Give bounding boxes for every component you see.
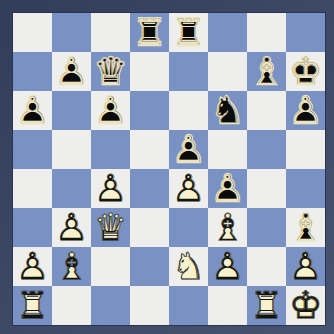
white-knight-e2: ♞♘ <box>169 247 208 286</box>
square-g4[interactable] <box>247 169 286 208</box>
square-a2[interactable]: ♟♙ <box>13 247 52 286</box>
piece-glyph-base: ♟ <box>94 91 127 130</box>
black-bishop-g7: ♝♗ <box>247 52 286 91</box>
square-b4[interactable] <box>52 169 91 208</box>
white-queen-c3: ♛♕ <box>91 208 130 247</box>
square-e2[interactable]: ♞♘ <box>169 247 208 286</box>
square-h1[interactable]: ♚♔ <box>286 286 325 325</box>
piece-glyph-detail: ♔ <box>289 286 322 325</box>
piece-glyph-base: ♜ <box>133 13 166 52</box>
piece-glyph-detail: ♘ <box>211 91 244 130</box>
piece-glyph-detail: ♖ <box>133 13 166 52</box>
piece-glyph-detail: ♗ <box>55 247 88 286</box>
square-e8[interactable]: ♜♖ <box>169 13 208 52</box>
square-a4[interactable] <box>13 169 52 208</box>
square-a1[interactable]: ♜♖ <box>13 286 52 325</box>
piece-glyph-base: ♟ <box>289 91 322 130</box>
black-pawn-b7: ♟♙ <box>52 52 91 91</box>
piece-glyph-base: ♚ <box>289 52 322 91</box>
square-a8[interactable] <box>13 13 52 52</box>
chess-board-frame: ♜♖♜♖♟♙♛♕♝♗♚♔♟♙♟♙♞♘♟♙♟♙♟♙♟♙♟♙♟♙♛♕♝♗♝♗♟♙♝♗… <box>0 0 334 334</box>
piece-glyph-base: ♟ <box>172 169 205 208</box>
piece-glyph-base: ♝ <box>55 247 88 286</box>
piece-glyph-detail: ♗ <box>211 208 244 247</box>
piece-glyph-base: ♛ <box>94 52 127 91</box>
piece-glyph-base: ♟ <box>94 169 127 208</box>
piece-glyph-detail: ♖ <box>172 13 205 52</box>
white-pawn-c4: ♟♙ <box>91 169 130 208</box>
square-d4[interactable] <box>130 169 169 208</box>
piece-glyph-detail: ♙ <box>55 52 88 91</box>
square-g6[interactable] <box>247 91 286 130</box>
piece-glyph-base: ♝ <box>211 208 244 247</box>
square-a6[interactable]: ♟♙ <box>13 91 52 130</box>
piece-glyph-detail: ♕ <box>94 208 127 247</box>
black-pawn-f4: ♟♙ <box>208 169 247 208</box>
black-knight-f6: ♞♘ <box>208 91 247 130</box>
piece-glyph-base: ♜ <box>172 13 205 52</box>
piece-glyph-detail: ♗ <box>250 52 283 91</box>
piece-glyph-base: ♜ <box>16 286 49 325</box>
square-d1[interactable] <box>130 286 169 325</box>
square-f7[interactable] <box>208 52 247 91</box>
black-king-h7: ♚♔ <box>286 52 325 91</box>
square-f4[interactable]: ♟♙ <box>208 169 247 208</box>
piece-glyph-detail: ♘ <box>172 247 205 286</box>
square-h5[interactable] <box>286 130 325 169</box>
square-b5[interactable] <box>52 130 91 169</box>
square-a7[interactable] <box>13 52 52 91</box>
piece-glyph-detail: ♙ <box>16 247 49 286</box>
square-b1[interactable] <box>52 286 91 325</box>
piece-glyph-base: ♛ <box>94 208 127 247</box>
black-pawn-e5: ♟♙ <box>169 130 208 169</box>
square-g7[interactable]: ♝♗ <box>247 52 286 91</box>
piece-glyph-detail: ♙ <box>172 169 205 208</box>
piece-glyph-base: ♟ <box>172 130 205 169</box>
square-g1[interactable]: ♜♖ <box>247 286 286 325</box>
piece-glyph-detail: ♙ <box>94 91 127 130</box>
square-c4[interactable]: ♟♙ <box>91 169 130 208</box>
square-e1[interactable] <box>169 286 208 325</box>
square-g3[interactable] <box>247 208 286 247</box>
square-h4[interactable] <box>286 169 325 208</box>
chess-board: ♜♖♜♖♟♙♛♕♝♗♚♔♟♙♟♙♞♘♟♙♟♙♟♙♟♙♟♙♟♙♛♕♝♗♝♗♟♙♝♗… <box>13 13 325 325</box>
square-f5[interactable] <box>208 130 247 169</box>
square-g5[interactable] <box>247 130 286 169</box>
square-b8[interactable] <box>52 13 91 52</box>
square-h2[interactable]: ♟♙ <box>286 247 325 286</box>
white-pawn-a2: ♟♙ <box>13 247 52 286</box>
white-pawn-e4: ♟♙ <box>169 169 208 208</box>
square-b2[interactable]: ♝♗ <box>52 247 91 286</box>
square-f2[interactable]: ♟♙ <box>208 247 247 286</box>
white-bishop-b2: ♝♗ <box>52 247 91 286</box>
square-b7[interactable]: ♟♙ <box>52 52 91 91</box>
piece-glyph-detail: ♕ <box>94 52 127 91</box>
black-rook-d8: ♜♖ <box>130 13 169 52</box>
piece-glyph-base: ♟ <box>211 169 244 208</box>
square-c8[interactable] <box>91 13 130 52</box>
square-e3[interactable] <box>169 208 208 247</box>
square-g2[interactable] <box>247 247 286 286</box>
white-bishop-f3: ♝♗ <box>208 208 247 247</box>
black-queen-c7: ♛♕ <box>91 52 130 91</box>
square-d8[interactable]: ♜♖ <box>130 13 169 52</box>
white-pawn-h2: ♟♙ <box>286 247 325 286</box>
piece-glyph-detail: ♙ <box>289 91 322 130</box>
piece-glyph-detail: ♙ <box>94 169 127 208</box>
square-h3[interactable]: ♝♗ <box>286 208 325 247</box>
square-f8[interactable] <box>208 13 247 52</box>
piece-glyph-base: ♝ <box>250 52 283 91</box>
square-c7[interactable]: ♛♕ <box>91 52 130 91</box>
piece-glyph-detail: ♙ <box>289 247 322 286</box>
piece-glyph-detail: ♗ <box>289 208 322 247</box>
piece-glyph-base: ♟ <box>211 247 244 286</box>
square-d5[interactable] <box>130 130 169 169</box>
square-f6[interactable]: ♞♘ <box>208 91 247 130</box>
square-c6[interactable]: ♟♙ <box>91 91 130 130</box>
square-e4[interactable]: ♟♙ <box>169 169 208 208</box>
square-e6[interactable] <box>169 91 208 130</box>
square-c5[interactable] <box>91 130 130 169</box>
black-pawn-c6: ♟♙ <box>91 91 130 130</box>
piece-glyph-detail: ♙ <box>211 169 244 208</box>
white-rook-a1: ♜♖ <box>13 286 52 325</box>
square-c1[interactable] <box>91 286 130 325</box>
white-pawn-b3: ♟♙ <box>52 208 91 247</box>
black-bishop-h3: ♝♗ <box>286 208 325 247</box>
piece-glyph-base: ♞ <box>172 247 205 286</box>
square-b3[interactable]: ♟♙ <box>52 208 91 247</box>
piece-glyph-detail: ♖ <box>16 286 49 325</box>
square-h6[interactable]: ♟♙ <box>286 91 325 130</box>
square-e7[interactable] <box>169 52 208 91</box>
piece-glyph-base: ♝ <box>289 208 322 247</box>
square-f3[interactable]: ♝♗ <box>208 208 247 247</box>
piece-glyph-detail: ♙ <box>55 208 88 247</box>
piece-glyph-base: ♟ <box>16 247 49 286</box>
piece-glyph-detail: ♙ <box>16 91 49 130</box>
piece-glyph-base: ♟ <box>55 208 88 247</box>
black-pawn-a6: ♟♙ <box>13 91 52 130</box>
piece-glyph-base: ♟ <box>16 91 49 130</box>
piece-glyph-detail: ♖ <box>250 286 283 325</box>
square-c3[interactable]: ♛♕ <box>91 208 130 247</box>
white-pawn-f2: ♟♙ <box>208 247 247 286</box>
piece-glyph-detail: ♙ <box>211 247 244 286</box>
piece-glyph-detail: ♙ <box>172 130 205 169</box>
square-d3[interactable] <box>130 208 169 247</box>
piece-glyph-base: ♟ <box>55 52 88 91</box>
white-king-h1: ♚♔ <box>286 286 325 325</box>
square-d6[interactable] <box>130 91 169 130</box>
piece-glyph-base: ♚ <box>289 286 322 325</box>
square-d7[interactable] <box>130 52 169 91</box>
square-c2[interactable] <box>91 247 130 286</box>
white-rook-g1: ♜♖ <box>247 286 286 325</box>
black-rook-e8: ♜♖ <box>169 13 208 52</box>
square-e5[interactable]: ♟♙ <box>169 130 208 169</box>
square-h7[interactable]: ♚♔ <box>286 52 325 91</box>
square-b6[interactable] <box>52 91 91 130</box>
square-h8[interactable] <box>286 13 325 52</box>
piece-glyph-base: ♟ <box>289 247 322 286</box>
piece-glyph-base: ♜ <box>250 286 283 325</box>
square-d2[interactable] <box>130 247 169 286</box>
square-g8[interactable] <box>247 13 286 52</box>
square-a5[interactable] <box>13 130 52 169</box>
square-f1[interactable] <box>208 286 247 325</box>
black-pawn-h6: ♟♙ <box>286 91 325 130</box>
piece-glyph-base: ♞ <box>211 91 244 130</box>
square-a3[interactable] <box>13 208 52 247</box>
piece-glyph-detail: ♔ <box>289 52 322 91</box>
